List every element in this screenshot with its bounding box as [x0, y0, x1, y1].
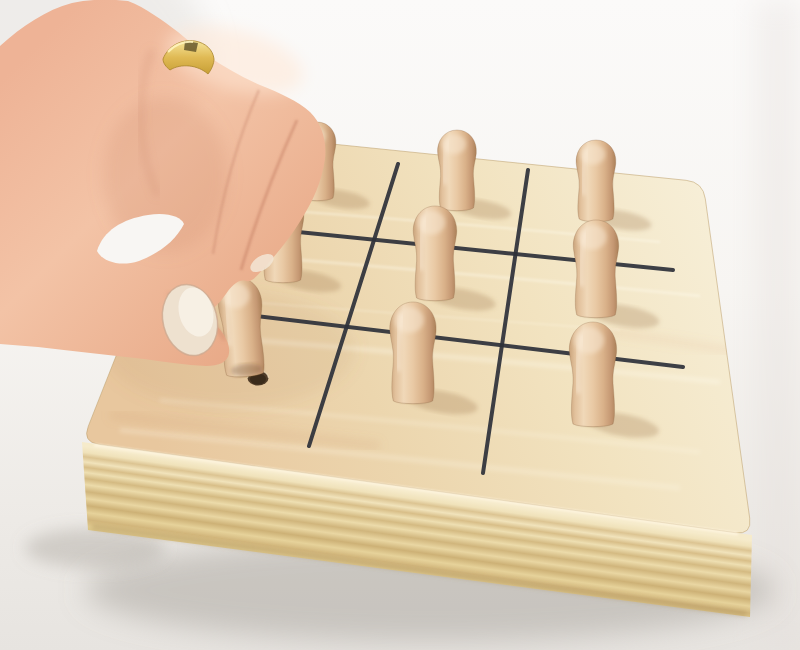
backdrop-shade-right — [755, 0, 800, 650]
peg-front-right[interactable] — [569, 322, 616, 427]
tic-tac-toe-photo — [0, 0, 800, 650]
photo-scene — [0, 0, 800, 650]
peg-mid-right[interactable] — [573, 220, 618, 318]
peg-front-center[interactable] — [390, 302, 436, 404]
peg-back-right[interactable] — [576, 140, 616, 222]
peg-mid-center[interactable] — [413, 206, 457, 301]
peg-back-center[interactable] — [438, 130, 477, 211]
